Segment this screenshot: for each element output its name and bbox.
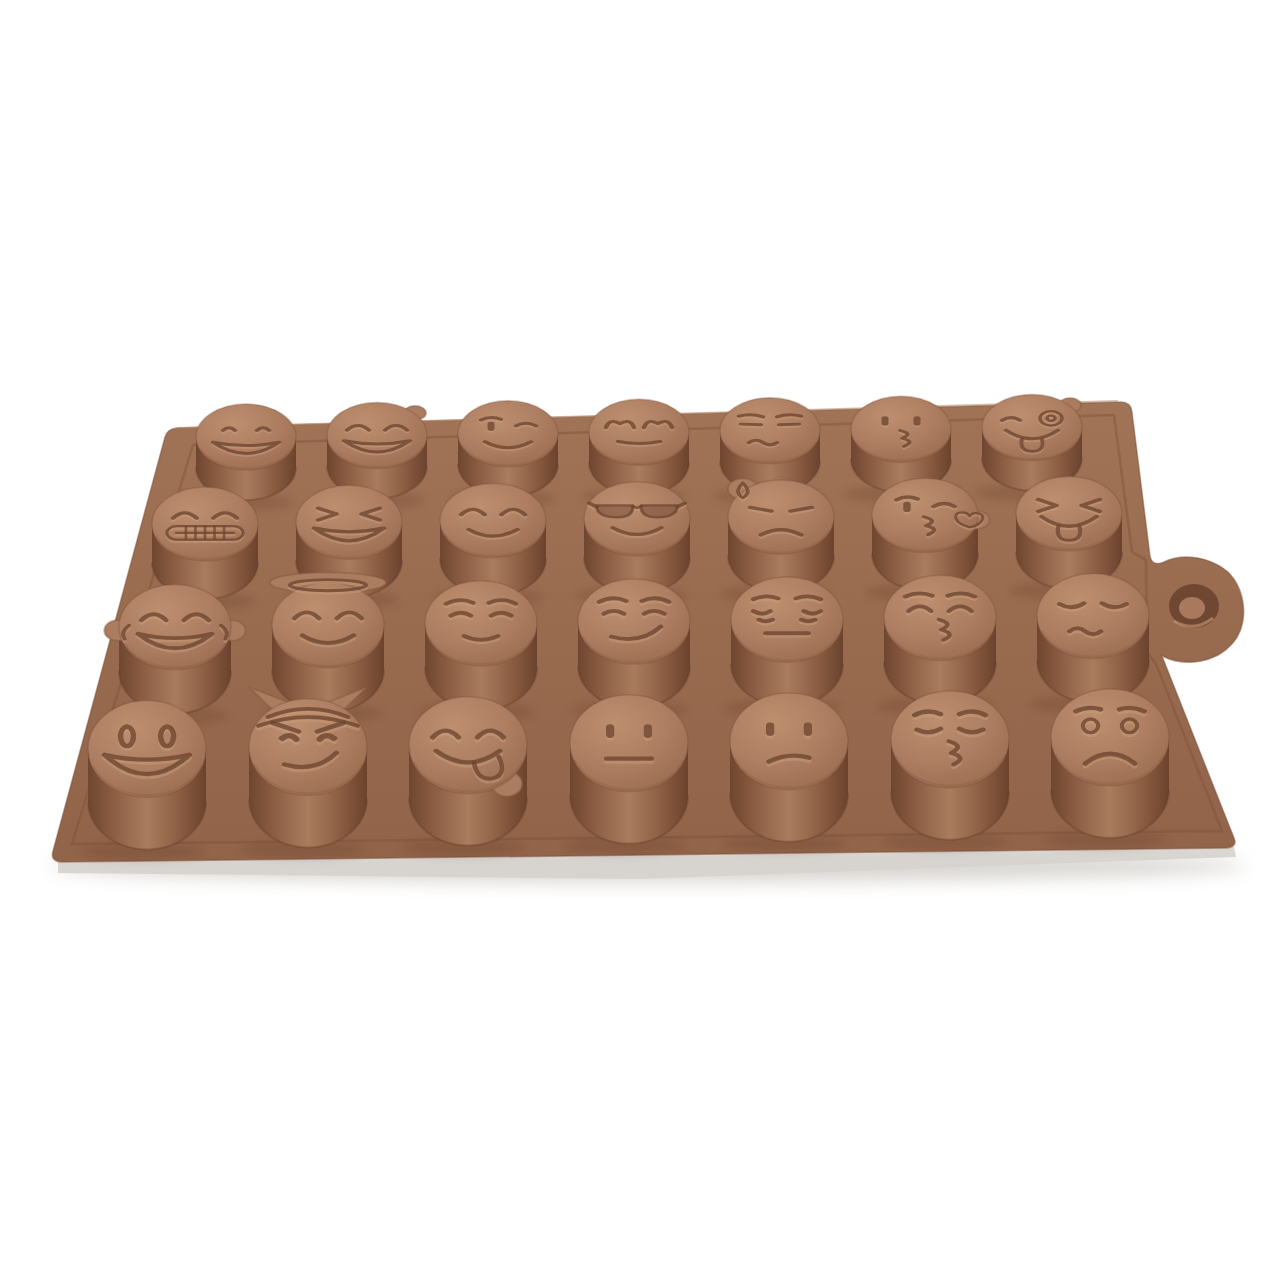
mold-photo-svg — [0, 0, 1280, 1280]
hanging-hole — [1169, 584, 1219, 628]
emoji-chocolate-mold-photo — [0, 0, 1280, 1280]
product-photo: Brown silicone emoji chocolate mold tray… — [0, 0, 1280, 1280]
